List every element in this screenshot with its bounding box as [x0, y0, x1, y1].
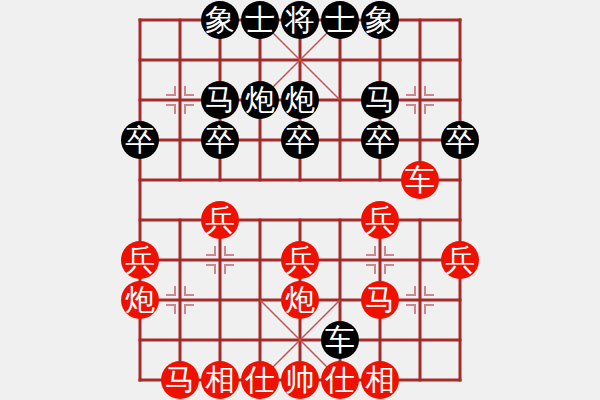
piece-red-soldier[interactable]: 兵	[361, 201, 399, 239]
piece-black-soldier[interactable]: 卒	[361, 121, 399, 159]
piece-red-elephant[interactable]: 相	[201, 361, 239, 399]
piece-red-soldier[interactable]: 兵	[441, 241, 479, 279]
piece-red-advisor[interactable]: 仕	[321, 361, 359, 399]
piece-red-elephant[interactable]: 相	[361, 361, 399, 399]
piece-black-soldier[interactable]: 卒	[441, 121, 479, 159]
piece-black-advisor[interactable]: 士	[241, 1, 279, 39]
piece-red-chariot[interactable]: 车	[401, 161, 439, 199]
piece-black-general[interactable]: 将	[281, 1, 319, 39]
piece-red-advisor[interactable]: 仕	[241, 361, 279, 399]
piece-red-soldier[interactable]: 兵	[201, 201, 239, 239]
piece-black-horse[interactable]: 马	[361, 81, 399, 119]
piece-red-general[interactable]: 帅	[281, 361, 319, 399]
piece-black-elephant[interactable]: 象	[361, 1, 399, 39]
piece-red-cannon[interactable]: 炮	[121, 281, 159, 319]
piece-black-advisor[interactable]: 士	[321, 1, 359, 39]
pieces-layer: 象士将士象马炮炮马卒卒卒卒卒车兵兵兵兵兵炮炮马车马相仕帅仕相	[120, 0, 480, 400]
piece-black-chariot[interactable]: 车	[321, 321, 359, 359]
xiangqi-board: 象士将士象马炮炮马卒卒卒卒卒车兵兵兵兵兵炮炮马车马相仕帅仕相	[0, 0, 600, 400]
piece-black-cannon[interactable]: 炮	[281, 81, 319, 119]
piece-black-soldier[interactable]: 卒	[281, 121, 319, 159]
piece-black-soldier[interactable]: 卒	[121, 121, 159, 159]
piece-red-horse[interactable]: 马	[161, 361, 199, 399]
piece-black-soldier[interactable]: 卒	[201, 121, 239, 159]
piece-red-soldier[interactable]: 兵	[281, 241, 319, 279]
piece-black-cannon[interactable]: 炮	[241, 81, 279, 119]
piece-red-soldier[interactable]: 兵	[121, 241, 159, 279]
piece-black-elephant[interactable]: 象	[201, 1, 239, 39]
piece-red-horse[interactable]: 马	[361, 281, 399, 319]
piece-red-cannon[interactable]: 炮	[281, 281, 319, 319]
piece-black-horse[interactable]: 马	[201, 81, 239, 119]
